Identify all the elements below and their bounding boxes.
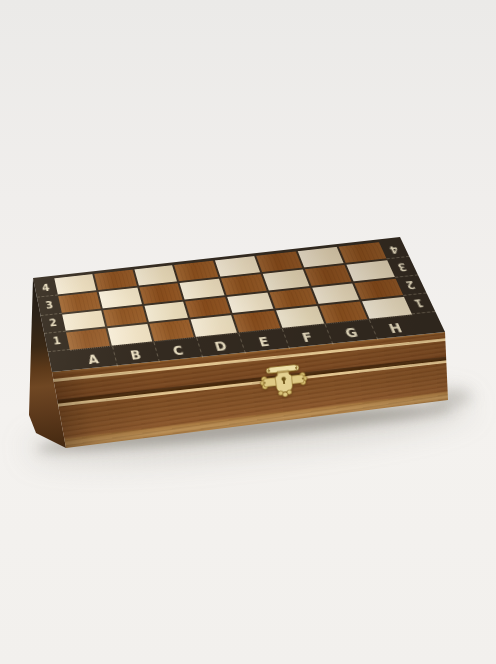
rank-coordinate: 1 bbox=[52, 336, 62, 347]
square-e4 bbox=[215, 256, 260, 276]
file-label-b: B bbox=[112, 342, 159, 366]
square-d3 bbox=[180, 278, 225, 299]
square-d2 bbox=[185, 297, 230, 318]
rank-coordinate: 2 bbox=[404, 279, 417, 290]
file-coordinate: F bbox=[300, 330, 314, 344]
square-b2 bbox=[103, 306, 147, 327]
square-e2 bbox=[227, 292, 273, 313]
product-photo-stage: 4321 4321 ABCDEFGH bbox=[0, 0, 496, 664]
file-coordinate: E bbox=[257, 334, 271, 348]
file-label-d: D bbox=[196, 333, 245, 357]
rank-coordinate: 3 bbox=[45, 300, 54, 311]
square-a2 bbox=[62, 310, 105, 331]
square-b3 bbox=[98, 287, 141, 308]
square-h2 bbox=[354, 278, 403, 299]
file-label-e: E bbox=[238, 329, 288, 353]
file-coordinate: A bbox=[87, 352, 100, 366]
rank-coordinate: 2 bbox=[48, 317, 58, 328]
square-c2 bbox=[144, 301, 188, 322]
square-d4 bbox=[174, 261, 218, 281]
file-coordinate: H bbox=[387, 321, 404, 335]
file-coordinate: D bbox=[213, 339, 228, 353]
square-c4 bbox=[134, 265, 177, 285]
square-a3 bbox=[58, 292, 100, 312]
square-e3 bbox=[221, 274, 266, 295]
rank-label-2: 2 bbox=[41, 313, 66, 333]
square-g3 bbox=[304, 265, 351, 286]
file-label-c: C bbox=[153, 338, 201, 362]
file-coordinate: B bbox=[129, 347, 142, 361]
square-h4 bbox=[339, 242, 386, 262]
square-g2 bbox=[312, 283, 360, 304]
square-b4 bbox=[94, 270, 136, 290]
square-f4 bbox=[256, 251, 302, 271]
square-c3 bbox=[139, 283, 183, 304]
rank-label-1: 1 bbox=[44, 331, 70, 352]
rank-coordinate: 3 bbox=[396, 261, 409, 272]
brass-clasp-icon bbox=[257, 360, 310, 402]
rank-coordinate: 1 bbox=[413, 297, 426, 309]
rank-coordinate: 4 bbox=[41, 282, 50, 293]
square-h3 bbox=[347, 260, 395, 281]
square-f2 bbox=[269, 288, 316, 309]
rank-coordinate: 4 bbox=[388, 244, 400, 255]
square-g4 bbox=[297, 247, 343, 267]
square-f3 bbox=[262, 269, 308, 290]
file-coordinate: G bbox=[343, 325, 360, 339]
square-a4 bbox=[54, 274, 96, 294]
file-coordinate: C bbox=[171, 343, 185, 357]
file-label-a: A bbox=[70, 347, 116, 371]
